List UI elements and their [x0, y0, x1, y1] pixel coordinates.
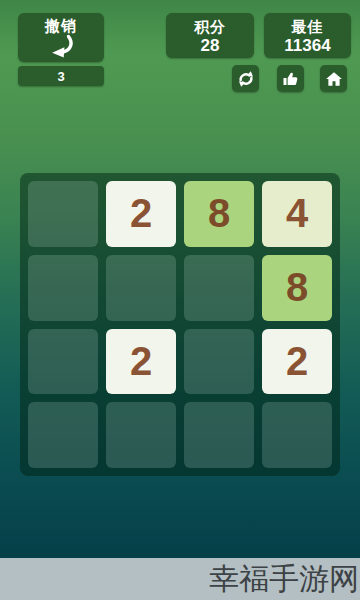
undo-button[interactable]: 撤销 — [18, 13, 104, 62]
undo-label: 撤销 — [45, 18, 77, 34]
game-screen: 撤销 3 积分 28 最佳 11364 284822 — [0, 0, 360, 600]
watermark-bar: 幸福手游网 — [0, 558, 360, 600]
empty-cell — [184, 255, 254, 321]
empty-cell — [106, 402, 176, 468]
restart-button[interactable] — [232, 65, 259, 92]
tile-2: 2 — [106, 181, 176, 247]
home-button[interactable] — [320, 65, 347, 92]
refresh-icon — [236, 69, 256, 89]
empty-cell — [106, 255, 176, 321]
tile-2: 2 — [106, 329, 176, 395]
watermark-text: 幸福手游网 — [209, 558, 360, 600]
empty-cell — [184, 402, 254, 468]
tile-8: 8 — [184, 181, 254, 247]
board[interactable]: 284822 — [20, 173, 340, 476]
best-label: 最佳 — [292, 17, 324, 36]
thumbs-up-icon — [282, 70, 300, 88]
empty-cell — [28, 181, 98, 247]
tile-4: 4 — [262, 181, 332, 247]
score-label: 积分 — [194, 17, 226, 36]
empty-cell — [184, 329, 254, 395]
tile-8: 8 — [262, 255, 332, 321]
undo-count-badge: 3 — [18, 66, 104, 86]
score-box: 积分 28 — [166, 13, 254, 58]
best-box: 最佳 11364 — [264, 13, 351, 58]
best-value: 11364 — [284, 36, 330, 55]
undo-arrow-icon — [46, 33, 76, 59]
like-button[interactable] — [277, 65, 304, 92]
empty-cell — [28, 329, 98, 395]
score-value: 28 — [201, 36, 220, 55]
home-icon — [325, 70, 343, 88]
tile-2: 2 — [262, 329, 332, 395]
undo-count-value: 3 — [57, 69, 64, 84]
empty-cell — [28, 402, 98, 468]
empty-cell — [262, 402, 332, 468]
empty-cell — [28, 255, 98, 321]
